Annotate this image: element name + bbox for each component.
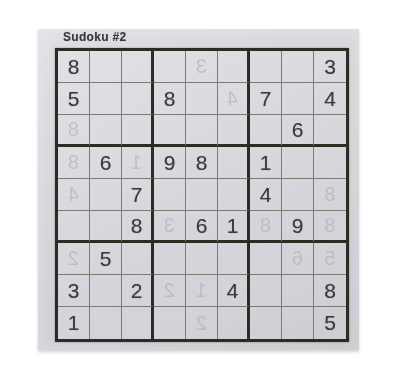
cell-r5c8[interactable] xyxy=(282,179,314,211)
cell-r2c2[interactable] xyxy=(90,83,122,115)
sudoku-board: 8335847486861981474883618982565322148125 xyxy=(55,48,349,342)
cell-r7c5[interactable] xyxy=(186,243,218,275)
cell-r9c4[interactable] xyxy=(154,307,186,339)
ghost-digit: 1 xyxy=(186,275,217,306)
ghost-digit: 1 xyxy=(122,147,151,178)
cell-r8c3[interactable]: 2 xyxy=(122,275,154,307)
cell-r8c7[interactable] xyxy=(250,275,282,307)
given-digit: 4 xyxy=(227,279,239,303)
cell-r5c5[interactable] xyxy=(186,179,218,211)
given-digit: 5 xyxy=(100,247,112,271)
cell-r3c9[interactable] xyxy=(314,115,346,147)
given-digit: 8 xyxy=(196,151,208,175)
cell-r2c7[interactable]: 7 xyxy=(250,83,282,115)
puzzle-title: Sudoku #2 xyxy=(63,30,126,44)
cell-r9c7[interactable] xyxy=(250,307,282,339)
given-digit: 4 xyxy=(324,87,336,111)
given-digit: 5 xyxy=(324,311,336,335)
cell-r6c2[interactable] xyxy=(90,211,122,243)
given-digit: 1 xyxy=(227,214,239,238)
given-digit: 3 xyxy=(324,55,336,79)
cell-r6c7[interactable]: 8 xyxy=(250,211,282,243)
cell-r9c5[interactable]: 2 xyxy=(186,307,218,339)
cell-r7c3[interactable] xyxy=(122,243,154,275)
scanned-page: Sudoku #2 833584748686198147488361898256… xyxy=(38,29,359,350)
cell-r9c3[interactable] xyxy=(122,307,154,339)
cell-r4c8[interactable] xyxy=(282,147,314,179)
cell-r4c5[interactable]: 8 xyxy=(186,147,218,179)
given-digit: 5 xyxy=(68,87,80,111)
cell-r1c3[interactable] xyxy=(122,51,154,83)
cell-r4c6[interactable] xyxy=(218,147,250,179)
cell-r9c2[interactable] xyxy=(90,307,122,339)
given-digit: 1 xyxy=(260,151,272,175)
cell-r6c6[interactable]: 1 xyxy=(218,211,250,243)
cell-r8c1[interactable]: 3 xyxy=(58,275,90,307)
cell-r9c9[interactable]: 5 xyxy=(314,307,346,339)
cell-r4c3[interactable]: 1 xyxy=(122,147,154,179)
cell-r9c1[interactable]: 1 xyxy=(58,307,90,339)
cell-r2c8[interactable] xyxy=(282,83,314,115)
ghost-digit: 2 xyxy=(58,243,89,274)
cell-r1c7[interactable] xyxy=(250,51,282,83)
cell-r6c8[interactable]: 9 xyxy=(282,211,314,243)
cell-r1c1[interactable]: 8 xyxy=(58,51,90,83)
cell-r5c4[interactable] xyxy=(154,179,186,211)
ghost-digit: 8 xyxy=(250,211,281,240)
given-digit: 7 xyxy=(260,87,272,111)
cell-r7c2[interactable]: 5 xyxy=(90,243,122,275)
ghost-digit: 3 xyxy=(154,211,185,240)
cell-r3c8[interactable]: 6 xyxy=(282,115,314,147)
cell-r8c6[interactable]: 4 xyxy=(218,275,250,307)
cell-r4c4[interactable]: 9 xyxy=(154,147,186,179)
cell-r5c9[interactable]: 8 xyxy=(314,179,346,211)
given-digit: 6 xyxy=(100,151,112,175)
cell-r6c9[interactable]: 8 xyxy=(314,211,346,243)
cell-r4c1[interactable]: 8 xyxy=(58,147,90,179)
given-digit: 8 xyxy=(324,279,336,303)
cell-r8c9[interactable]: 8 xyxy=(314,275,346,307)
given-digit: 9 xyxy=(164,151,176,175)
cell-r5c1[interactable]: 4 xyxy=(58,179,90,211)
cell-r7c8[interactable]: 6 xyxy=(282,243,314,275)
cell-r1c2[interactable] xyxy=(90,51,122,83)
cell-r6c5[interactable]: 6 xyxy=(186,211,218,243)
cell-r8c4[interactable]: 2 xyxy=(154,275,186,307)
cell-r1c5[interactable]: 3 xyxy=(186,51,218,83)
ghost-digit: 8 xyxy=(58,115,89,144)
cell-r8c5[interactable]: 1 xyxy=(186,275,218,307)
ghost-digit: 2 xyxy=(186,307,217,339)
cell-r3c5[interactable] xyxy=(186,115,218,147)
cell-r4c7[interactable]: 1 xyxy=(250,147,282,179)
cell-r9c6[interactable] xyxy=(218,307,250,339)
cell-r1c8[interactable] xyxy=(282,51,314,83)
cell-r6c3[interactable]: 8 xyxy=(122,211,154,243)
given-digit: 6 xyxy=(292,118,304,142)
cell-r5c6[interactable] xyxy=(218,179,250,211)
cell-r7c6[interactable] xyxy=(218,243,250,275)
given-digit: 8 xyxy=(164,87,176,111)
cell-r1c4[interactable] xyxy=(154,51,186,83)
given-digit: 2 xyxy=(131,279,143,303)
cell-r2c5[interactable] xyxy=(186,83,218,115)
cell-r7c4[interactable] xyxy=(154,243,186,275)
ghost-digit: 3 xyxy=(186,51,217,82)
cell-r1c6[interactable] xyxy=(218,51,250,83)
ghost-digit: 5 xyxy=(314,243,346,274)
ghost-digit: 4 xyxy=(218,83,247,114)
cell-r7c9[interactable]: 5 xyxy=(314,243,346,275)
cell-r3c4[interactable] xyxy=(154,115,186,147)
cell-r6c1[interactable] xyxy=(58,211,90,243)
cell-r3c6[interactable] xyxy=(218,115,250,147)
ghost-digit: 8 xyxy=(314,179,346,210)
cell-r5c3[interactable]: 7 xyxy=(122,179,154,211)
given-digit: 9 xyxy=(292,214,304,238)
cell-r3c7[interactable] xyxy=(250,115,282,147)
cell-r3c3[interactable] xyxy=(122,115,154,147)
given-digit: 8 xyxy=(68,55,80,79)
cell-r2c9[interactable]: 4 xyxy=(314,83,346,115)
cell-r9c8[interactable] xyxy=(282,307,314,339)
cell-r2c4[interactable]: 8 xyxy=(154,83,186,115)
cell-r8c2[interactable] xyxy=(90,275,122,307)
given-digit: 3 xyxy=(68,279,80,303)
cell-r5c2[interactable] xyxy=(90,179,122,211)
ghost-digit: 8 xyxy=(58,147,89,178)
cell-r8c8[interactable] xyxy=(282,275,314,307)
given-digit: 6 xyxy=(196,214,208,238)
cell-r1c9[interactable]: 3 xyxy=(314,51,346,83)
given-digit: 4 xyxy=(260,183,272,207)
cell-r3c2[interactable] xyxy=(90,115,122,147)
cell-r2c6[interactable]: 4 xyxy=(218,83,250,115)
cell-r7c1[interactable]: 2 xyxy=(58,243,90,275)
cell-r4c9[interactable] xyxy=(314,147,346,179)
cell-r6c4[interactable]: 3 xyxy=(154,211,186,243)
ghost-digit: 8 xyxy=(314,211,346,240)
cell-r7c7[interactable] xyxy=(250,243,282,275)
ghost-digit: 6 xyxy=(282,243,313,274)
ghost-digit: 2 xyxy=(154,275,185,306)
cell-r3c1[interactable]: 8 xyxy=(58,115,90,147)
cell-r4c2[interactable]: 6 xyxy=(90,147,122,179)
cell-r2c3[interactable] xyxy=(122,83,154,115)
ghost-digit: 4 xyxy=(58,179,89,210)
given-digit: 8 xyxy=(131,214,143,238)
given-digit: 7 xyxy=(131,183,143,207)
cell-r5c7[interactable]: 4 xyxy=(250,179,282,211)
cell-r2c1[interactable]: 5 xyxy=(58,83,90,115)
given-digit: 1 xyxy=(68,311,80,335)
